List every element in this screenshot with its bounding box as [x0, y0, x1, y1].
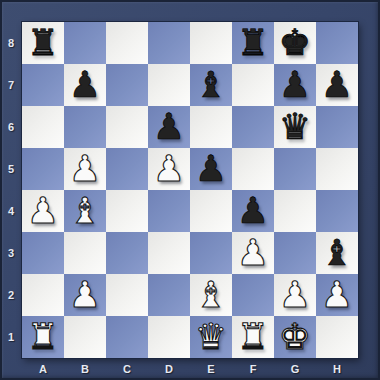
square-c5[interactable]: [106, 148, 148, 190]
piece-black-rook[interactable]: ♜: [22, 22, 64, 64]
square-g4[interactable]: [274, 190, 316, 232]
piece-white-pawn[interactable]: ♟: [274, 274, 316, 316]
square-c1[interactable]: [106, 316, 148, 358]
piece-black-bishop[interactable]: ♝: [316, 232, 358, 274]
square-e1[interactable]: ♛: [190, 316, 232, 358]
square-f8[interactable]: ♜: [232, 22, 274, 64]
square-e5[interactable]: ♟: [190, 148, 232, 190]
square-g8[interactable]: ♚: [274, 22, 316, 64]
square-b7[interactable]: ♟: [64, 64, 106, 106]
rank-labels: 8 7 6 5 4 3 2 1: [0, 22, 22, 358]
piece-white-queen[interactable]: ♛: [190, 316, 232, 358]
rank-label-4: 4: [0, 190, 22, 232]
square-f1[interactable]: ♜: [232, 316, 274, 358]
rank-label-5: 5: [0, 148, 22, 190]
square-b5[interactable]: ♟: [64, 148, 106, 190]
square-e6[interactable]: [190, 106, 232, 148]
square-b3[interactable]: [64, 232, 106, 274]
square-g5[interactable]: [274, 148, 316, 190]
square-h5[interactable]: [316, 148, 358, 190]
file-label-h: H: [316, 358, 358, 380]
square-f2[interactable]: [232, 274, 274, 316]
square-f6[interactable]: [232, 106, 274, 148]
square-b1[interactable]: [64, 316, 106, 358]
square-h1[interactable]: [316, 316, 358, 358]
square-f5[interactable]: [232, 148, 274, 190]
square-e3[interactable]: [190, 232, 232, 274]
file-label-f: F: [232, 358, 274, 380]
piece-black-pawn[interactable]: ♟: [64, 64, 106, 106]
file-label-a: A: [22, 358, 64, 380]
square-b6[interactable]: [64, 106, 106, 148]
piece-white-bishop[interactable]: ♝: [190, 274, 232, 316]
square-g6[interactable]: ♛: [274, 106, 316, 148]
rank-label-7: 7: [0, 64, 22, 106]
file-label-c: C: [106, 358, 148, 380]
square-g2[interactable]: ♟: [274, 274, 316, 316]
square-a2[interactable]: [22, 274, 64, 316]
square-d8[interactable]: [148, 22, 190, 64]
piece-black-pawn[interactable]: ♟: [232, 190, 274, 232]
rank-label-6: 6: [0, 106, 22, 148]
square-c6[interactable]: [106, 106, 148, 148]
square-f7[interactable]: [232, 64, 274, 106]
square-g1[interactable]: ♚: [274, 316, 316, 358]
board-frame: 8 7 6 5 4 3 2 1 ♜♜♚♟♝♟♟♟♛♟♟♟♟♝♟♟♝♟♝♟♟♜♛♜…: [0, 0, 380, 380]
square-a3[interactable]: [22, 232, 64, 274]
square-b2[interactable]: ♟: [64, 274, 106, 316]
piece-black-pawn[interactable]: ♟: [274, 64, 316, 106]
file-label-d: D: [148, 358, 190, 380]
rank-label-3: 3: [0, 232, 22, 274]
square-d3[interactable]: [148, 232, 190, 274]
square-d2[interactable]: [148, 274, 190, 316]
square-d6[interactable]: ♟: [148, 106, 190, 148]
square-a1[interactable]: ♜: [22, 316, 64, 358]
square-d1[interactable]: [148, 316, 190, 358]
square-d7[interactable]: [148, 64, 190, 106]
square-a8[interactable]: ♜: [22, 22, 64, 64]
chess-board: ♜♜♚♟♝♟♟♟♛♟♟♟♟♝♟♟♝♟♝♟♟♜♛♜♚: [22, 22, 358, 358]
square-e8[interactable]: [190, 22, 232, 64]
square-b4[interactable]: ♝: [64, 190, 106, 232]
square-c2[interactable]: [106, 274, 148, 316]
piece-white-pawn[interactable]: ♟: [64, 148, 106, 190]
square-a4[interactable]: ♟: [22, 190, 64, 232]
square-h2[interactable]: ♟: [316, 274, 358, 316]
piece-white-rook[interactable]: ♜: [232, 316, 274, 358]
piece-black-king[interactable]: ♚: [274, 22, 316, 64]
rank-label-2: 2: [0, 274, 22, 316]
square-e7[interactable]: ♝: [190, 64, 232, 106]
piece-white-pawn[interactable]: ♟: [64, 274, 106, 316]
square-c3[interactable]: [106, 232, 148, 274]
square-g7[interactable]: ♟: [274, 64, 316, 106]
square-c8[interactable]: [106, 22, 148, 64]
square-a7[interactable]: [22, 64, 64, 106]
file-label-g: G: [274, 358, 316, 380]
square-a6[interactable]: [22, 106, 64, 148]
piece-black-rook[interactable]: ♜: [232, 22, 274, 64]
square-h7[interactable]: ♟: [316, 64, 358, 106]
file-label-e: E: [190, 358, 232, 380]
piece-black-pawn[interactable]: ♟: [316, 64, 358, 106]
square-d5[interactable]: ♟: [148, 148, 190, 190]
piece-white-king[interactable]: ♚: [274, 316, 316, 358]
square-h8[interactable]: [316, 22, 358, 64]
piece-white-rook[interactable]: ♜: [22, 316, 64, 358]
piece-white-pawn[interactable]: ♟: [232, 232, 274, 274]
piece-black-pawn[interactable]: ♟: [190, 148, 232, 190]
square-e4[interactable]: [190, 190, 232, 232]
square-c4[interactable]: [106, 190, 148, 232]
piece-white-pawn[interactable]: ♟: [22, 190, 64, 232]
piece-white-pawn[interactable]: ♟: [148, 148, 190, 190]
square-b8[interactable]: [64, 22, 106, 64]
piece-white-bishop[interactable]: ♝: [64, 190, 106, 232]
square-d4[interactable]: [148, 190, 190, 232]
square-c7[interactable]: [106, 64, 148, 106]
square-h4[interactable]: [316, 190, 358, 232]
piece-black-pawn[interactable]: ♟: [148, 106, 190, 148]
piece-black-bishop[interactable]: ♝: [190, 64, 232, 106]
piece-black-queen[interactable]: ♛: [274, 106, 316, 148]
square-h6[interactable]: [316, 106, 358, 148]
square-h3[interactable]: ♝: [316, 232, 358, 274]
square-e2[interactable]: ♝: [190, 274, 232, 316]
rank-label-1: 1: [0, 316, 22, 358]
rank-label-8: 8: [0, 22, 22, 64]
file-labels: A B C D E F G H: [22, 358, 358, 380]
piece-white-pawn[interactable]: ♟: [316, 274, 358, 316]
file-label-b: B: [64, 358, 106, 380]
square-f4[interactable]: ♟: [232, 190, 274, 232]
square-f3[interactable]: ♟: [232, 232, 274, 274]
square-g3[interactable]: [274, 232, 316, 274]
square-a5[interactable]: [22, 148, 64, 190]
